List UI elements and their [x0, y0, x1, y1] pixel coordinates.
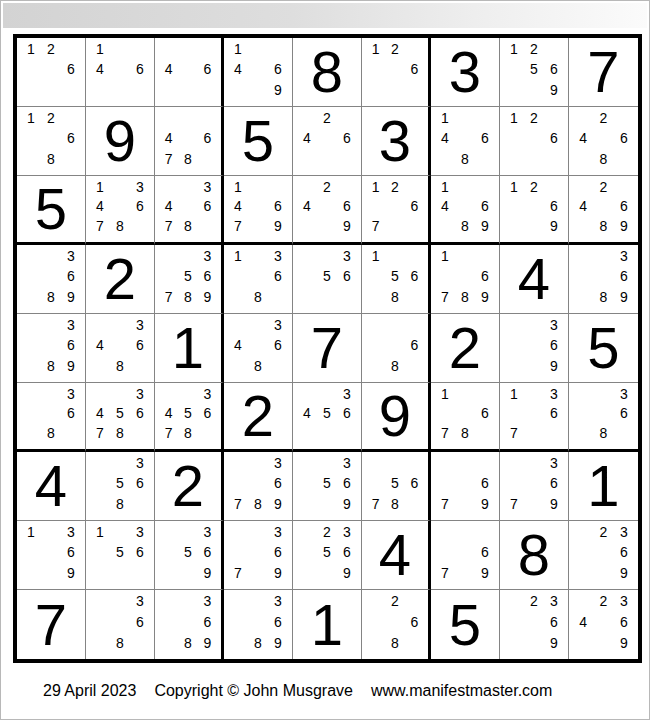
candidate-6: 6 — [475, 128, 495, 148]
candidate-6: 6 — [198, 542, 217, 562]
cell-r1c7[interactable]: 3 — [431, 38, 500, 107]
candidate-8: 8 — [178, 632, 197, 653]
candidate-8: 8 — [178, 216, 197, 236]
candidate-7: 7 — [504, 494, 524, 514]
candidate-2: 2 — [524, 591, 544, 612]
cell-r2c2[interactable]: 9 — [86, 107, 155, 176]
candidate-6: 6 — [198, 404, 217, 424]
candidate-6: 6 — [198, 128, 217, 148]
cell-r8c9[interactable]: 2369 — [569, 521, 638, 590]
candidate-9: 9 — [614, 287, 634, 307]
candidate-1: 1 — [228, 39, 248, 59]
candidate-6: 6 — [61, 59, 81, 79]
candidate-8: 8 — [41, 287, 61, 307]
cell-r8c1[interactable]: 1369 — [17, 521, 86, 590]
candidate-3: 3 — [198, 246, 217, 266]
cell-value: 5 — [224, 107, 292, 175]
candidate-6: 6 — [61, 404, 81, 424]
candidate-7: 7 — [159, 287, 178, 307]
cell-value: 8 — [293, 38, 361, 106]
candidate-3: 3 — [268, 453, 288, 473]
cell-value: 7 — [17, 590, 85, 659]
candidate-8: 8 — [178, 149, 197, 169]
cell-value: 5 — [431, 590, 499, 659]
cell-value: 7 — [569, 38, 638, 106]
candidate-9: 9 — [544, 356, 564, 376]
candidate-1: 1 — [21, 39, 41, 59]
candidate-8: 8 — [593, 216, 613, 236]
candidate-1: 1 — [504, 384, 524, 404]
cell-r3c6[interactable]: 1267 — [362, 176, 431, 245]
candidate-1: 1 — [366, 246, 385, 266]
candidates: 1369 — [21, 522, 81, 583]
cell-r4c7[interactable]: 16789 — [431, 245, 500, 314]
candidates: 1678 — [435, 384, 495, 443]
candidate-9: 9 — [614, 632, 634, 653]
candidate-6: 6 — [268, 542, 288, 562]
cell-r8c8[interactable]: 8 — [500, 521, 569, 590]
cell-value: 7 — [293, 314, 361, 382]
candidate-6: 6 — [130, 335, 150, 355]
candidate-4: 4 — [573, 128, 593, 148]
candidate-1: 1 — [90, 177, 110, 197]
cell-r4c3[interactable]: 356789 — [155, 245, 224, 314]
window-titlebar — [3, 3, 647, 28]
footer-website: www.manifestmaster.com — [371, 682, 552, 700]
cell-r4c5[interactable]: 356 — [293, 245, 362, 314]
candidates: 356 — [297, 246, 357, 307]
candidate-1: 1 — [228, 246, 248, 266]
candidate-8: 8 — [248, 494, 268, 514]
cell-r6c1[interactable]: 368 — [17, 383, 86, 452]
cell-r6c9[interactable]: 368 — [569, 383, 638, 452]
candidates: 3468 — [228, 315, 288, 376]
cell-r9c4[interactable]: 3689 — [224, 590, 293, 659]
candidates: 134678 — [90, 177, 150, 236]
cell-r2c4[interactable]: 5 — [224, 107, 293, 176]
candidates: 246 — [297, 108, 357, 169]
candidate-4: 4 — [90, 335, 110, 355]
cell-r6c4[interactable]: 2 — [224, 383, 293, 452]
cell-r9c9[interactable]: 23469 — [569, 590, 638, 659]
cell-r6c6[interactable]: 9 — [362, 383, 431, 452]
candidate-6: 6 — [614, 542, 634, 562]
cell-r7c7[interactable]: 679 — [431, 452, 500, 521]
cell-r3c9[interactable]: 24689 — [569, 176, 638, 245]
cell-r2c1[interactable]: 1268 — [17, 107, 86, 176]
candidate-9: 9 — [544, 632, 564, 653]
candidate-6: 6 — [405, 59, 424, 79]
candidate-6: 6 — [268, 266, 288, 286]
candidate-7: 7 — [366, 494, 385, 514]
cell-value: 1 — [293, 590, 361, 659]
candidates: 1356 — [90, 522, 150, 583]
candidates: 1468 — [435, 108, 495, 169]
cell-r6c5[interactable]: 3456 — [293, 383, 362, 452]
candidate-6: 6 — [130, 404, 150, 424]
candidate-1: 1 — [435, 177, 455, 197]
candidates: 2369 — [573, 522, 634, 583]
candidate-5: 5 — [385, 266, 404, 286]
candidate-6: 6 — [475, 542, 495, 562]
candidate-6: 6 — [544, 197, 564, 217]
sudoku-window: 1261464614698126312569712689467852463146… — [0, 0, 650, 720]
candidates: 679 — [435, 453, 495, 514]
candidates: 3569 — [159, 522, 217, 583]
candidate-9: 9 — [268, 216, 288, 236]
cell-value: 4 — [17, 452, 85, 520]
candidate-9: 9 — [268, 80, 288, 100]
candidate-3: 3 — [268, 591, 288, 612]
candidate-2: 2 — [41, 108, 61, 128]
candidate-3: 3 — [130, 591, 150, 612]
candidates: 34678 — [159, 177, 217, 236]
candidate-1: 1 — [90, 39, 110, 59]
candidates: 5678 — [366, 453, 424, 514]
candidate-6: 6 — [61, 266, 81, 286]
cell-r2c6[interactable]: 3 — [362, 107, 431, 176]
cell-r9c5[interactable]: 1 — [293, 590, 362, 659]
cell-r1c8[interactable]: 12569 — [500, 38, 569, 107]
cell-r5c6[interactable]: 68 — [362, 314, 431, 383]
candidates: 369 — [504, 315, 564, 376]
cell-r5c9[interactable]: 5 — [569, 314, 638, 383]
candidate-3: 3 — [268, 522, 288, 542]
candidate-6: 6 — [405, 612, 424, 633]
candidate-6: 6 — [337, 128, 357, 148]
candidate-9: 9 — [475, 216, 495, 236]
cell-r8c4[interactable]: 3679 — [224, 521, 293, 590]
candidates: 345678 — [90, 384, 150, 443]
candidate-9: 9 — [268, 494, 288, 514]
candidate-3: 3 — [544, 453, 564, 473]
candidate-9: 9 — [268, 563, 288, 583]
cell-r9c2[interactable]: 368 — [86, 590, 155, 659]
candidate-3: 3 — [337, 384, 357, 404]
candidate-3: 3 — [130, 522, 150, 542]
candidate-9: 9 — [337, 216, 357, 236]
candidate-2: 2 — [385, 39, 404, 59]
candidate-8: 8 — [385, 287, 404, 307]
candidate-6: 6 — [130, 612, 150, 633]
candidate-8: 8 — [385, 494, 404, 514]
candidate-9: 9 — [475, 563, 495, 583]
candidate-1: 1 — [435, 246, 455, 266]
cell-r7c3[interactable]: 2 — [155, 452, 224, 521]
candidate-6: 6 — [614, 197, 634, 217]
candidate-6: 6 — [198, 197, 217, 217]
cell-r1c3[interactable]: 46 — [155, 38, 224, 107]
candidate-7: 7 — [159, 216, 178, 236]
cell-r9c8[interactable]: 2369 — [500, 590, 569, 659]
candidate-8: 8 — [110, 356, 130, 376]
candidates: 12569 — [504, 39, 564, 100]
candidate-8: 8 — [41, 423, 61, 443]
candidate-6: 6 — [130, 197, 150, 217]
candidate-2: 2 — [41, 39, 61, 59]
candidate-6: 6 — [475, 266, 495, 286]
candidate-8: 8 — [455, 149, 475, 169]
candidate-8: 8 — [593, 287, 613, 307]
cell-r8c7[interactable]: 679 — [431, 521, 500, 590]
candidate-7: 7 — [90, 423, 110, 443]
cell-r5c7[interactable]: 2 — [431, 314, 500, 383]
cell-r5c3[interactable]: 1 — [155, 314, 224, 383]
candidates: 14679 — [228, 177, 288, 236]
candidate-3: 3 — [130, 384, 150, 404]
candidate-2: 2 — [593, 108, 613, 128]
candidate-7: 7 — [435, 287, 455, 307]
cell-r6c7[interactable]: 1678 — [431, 383, 500, 452]
cell-r5c8[interactable]: 369 — [500, 314, 569, 383]
candidates: 368 — [90, 591, 150, 653]
candidate-6: 6 — [405, 266, 424, 286]
cell-r4c4[interactable]: 1368 — [224, 245, 293, 314]
candidate-2: 2 — [593, 522, 613, 542]
candidate-6: 6 — [198, 266, 217, 286]
candidate-6: 6 — [337, 404, 357, 424]
candidate-8: 8 — [593, 423, 613, 443]
candidates: 1268 — [21, 108, 81, 169]
candidate-3: 3 — [198, 384, 217, 404]
cell-r4c8[interactable]: 4 — [500, 245, 569, 314]
candidates: 146 — [90, 39, 150, 100]
footer: 29 April 2023 Copyright © John Musgrave … — [43, 682, 552, 700]
cell-r1c4[interactable]: 1469 — [224, 38, 293, 107]
candidate-9: 9 — [198, 632, 217, 653]
candidate-2: 2 — [317, 522, 337, 542]
candidates: 23469 — [573, 591, 634, 653]
candidate-6: 6 — [544, 612, 564, 633]
candidate-4: 4 — [90, 197, 110, 217]
candidate-9: 9 — [61, 287, 81, 307]
candidate-1: 1 — [21, 522, 41, 542]
candidate-8: 8 — [110, 423, 130, 443]
candidate-1: 1 — [366, 177, 385, 197]
cell-value: 8 — [500, 521, 568, 589]
candidate-7: 7 — [228, 216, 248, 236]
cell-r3c3[interactable]: 34678 — [155, 176, 224, 245]
candidate-5: 5 — [178, 404, 197, 424]
candidate-9: 9 — [544, 216, 564, 236]
candidate-5: 5 — [317, 542, 337, 562]
cell-r5c4[interactable]: 3468 — [224, 314, 293, 383]
candidate-9: 9 — [337, 494, 357, 514]
cell-r1c9[interactable]: 7 — [569, 38, 638, 107]
candidate-9: 9 — [544, 80, 564, 100]
candidate-9: 9 — [61, 356, 81, 376]
candidate-8: 8 — [248, 632, 268, 653]
candidate-6: 6 — [130, 59, 150, 79]
candidate-2: 2 — [524, 177, 544, 197]
candidates: 3689 — [573, 246, 634, 307]
candidate-9: 9 — [337, 563, 357, 583]
candidate-8: 8 — [178, 287, 197, 307]
cell-r9c6[interactable]: 268 — [362, 590, 431, 659]
cell-r8c6[interactable]: 4 — [362, 521, 431, 590]
candidate-8: 8 — [41, 149, 61, 169]
candidate-6: 6 — [475, 404, 495, 424]
candidate-7: 7 — [159, 423, 178, 443]
board: 1261464614698126312569712689467852463146… — [13, 34, 642, 663]
candidate-4: 4 — [159, 128, 178, 148]
candidates: 1367 — [504, 384, 564, 443]
cell-r4c2[interactable]: 2 — [86, 245, 155, 314]
candidates: 1568 — [366, 246, 424, 307]
candidates: 1368 — [228, 246, 288, 307]
cell-r8c2[interactable]: 1356 — [86, 521, 155, 590]
candidate-6: 6 — [61, 542, 81, 562]
candidate-4: 4 — [228, 335, 248, 355]
candidate-8: 8 — [593, 149, 613, 169]
cell-r1c5[interactable]: 8 — [293, 38, 362, 107]
candidate-6: 6 — [544, 128, 564, 148]
cell-r7c5[interactable]: 3569 — [293, 452, 362, 521]
candidate-6: 6 — [405, 197, 424, 217]
candidate-3: 3 — [130, 177, 150, 197]
candidate-3: 3 — [268, 315, 288, 335]
candidate-6: 6 — [337, 473, 357, 493]
candidates: 3689 — [228, 591, 288, 653]
candidate-5: 5 — [524, 59, 544, 79]
candidates: 36789 — [228, 453, 288, 514]
candidate-3: 3 — [61, 384, 81, 404]
cell-r1c1[interactable]: 126 — [17, 38, 86, 107]
cell-r5c5[interactable]: 7 — [293, 314, 362, 383]
cell-r3c8[interactable]: 1269 — [500, 176, 569, 245]
cell-r4c9[interactable]: 3689 — [569, 245, 638, 314]
cell-r9c7[interactable]: 5 — [431, 590, 500, 659]
candidate-4: 4 — [573, 612, 593, 633]
cell-r7c8[interactable]: 3679 — [500, 452, 569, 521]
candidate-5: 5 — [178, 542, 197, 562]
candidates: 16789 — [435, 246, 495, 307]
cell-r4c1[interactable]: 3689 — [17, 245, 86, 314]
candidates: 1469 — [228, 39, 288, 100]
candidates: 24689 — [573, 177, 634, 236]
candidate-8: 8 — [110, 494, 130, 514]
candidates: 68 — [366, 315, 424, 376]
candidate-4: 4 — [228, 59, 248, 79]
candidate-2: 2 — [524, 108, 544, 128]
candidate-1: 1 — [504, 39, 524, 59]
candidate-6: 6 — [268, 197, 288, 217]
candidate-6: 6 — [544, 59, 564, 79]
candidates: 126 — [21, 39, 81, 100]
candidate-6: 6 — [198, 612, 217, 633]
candidate-1: 1 — [90, 522, 110, 542]
cell-r8c5[interactable]: 23569 — [293, 521, 362, 590]
candidate-1: 1 — [504, 177, 524, 197]
cell-r6c3[interactable]: 345678 — [155, 383, 224, 452]
candidate-9: 9 — [614, 216, 634, 236]
candidate-1: 1 — [504, 108, 524, 128]
cell-r2c9[interactable]: 2468 — [569, 107, 638, 176]
candidate-6: 6 — [130, 542, 150, 562]
candidates: 23569 — [297, 522, 357, 583]
cell-r7c6[interactable]: 5678 — [362, 452, 431, 521]
cell-r1c2[interactable]: 146 — [86, 38, 155, 107]
candidate-7: 7 — [228, 494, 248, 514]
candidate-6: 6 — [268, 473, 288, 493]
cell-r3c4[interactable]: 14679 — [224, 176, 293, 245]
candidate-4: 4 — [297, 128, 317, 148]
candidate-3: 3 — [61, 522, 81, 542]
cell-r1c6[interactable]: 126 — [362, 38, 431, 107]
candidate-3: 3 — [337, 522, 357, 542]
cell-r5c2[interactable]: 3468 — [86, 314, 155, 383]
cell-r9c1[interactable]: 7 — [17, 590, 86, 659]
cell-value: 4 — [500, 245, 568, 313]
candidate-4: 4 — [90, 404, 110, 424]
cell-r2c3[interactable]: 4678 — [155, 107, 224, 176]
candidate-1: 1 — [228, 177, 248, 197]
candidate-3: 3 — [130, 453, 150, 473]
cell-r3c5[interactable]: 2469 — [293, 176, 362, 245]
cell-r6c2[interactable]: 345678 — [86, 383, 155, 452]
candidates: 46 — [159, 39, 217, 100]
cell-r2c7[interactable]: 1468 — [431, 107, 500, 176]
candidates: 368 — [573, 384, 634, 443]
candidate-4: 4 — [435, 197, 455, 217]
cell-r7c2[interactable]: 3568 — [86, 452, 155, 521]
cell-r3c7[interactable]: 14689 — [431, 176, 500, 245]
candidate-6: 6 — [61, 335, 81, 355]
cell-value: 3 — [431, 38, 499, 106]
candidate-9: 9 — [198, 287, 217, 307]
cell-value: 9 — [86, 107, 154, 175]
candidate-4: 4 — [159, 404, 178, 424]
candidate-6: 6 — [614, 266, 634, 286]
candidate-6: 6 — [614, 404, 634, 424]
candidates: 268 — [366, 591, 424, 653]
candidates: 679 — [435, 522, 495, 583]
cell-value: 1 — [155, 314, 221, 382]
candidate-4: 4 — [297, 197, 317, 217]
cell-value: 2 — [155, 452, 221, 520]
cell-r2c8[interactable]: 126 — [500, 107, 569, 176]
cell-r3c1[interactable]: 5 — [17, 176, 86, 245]
candidate-6: 6 — [268, 335, 288, 355]
cell-r7c4[interactable]: 36789 — [224, 452, 293, 521]
cell-r8c3[interactable]: 3569 — [155, 521, 224, 590]
candidate-2: 2 — [317, 177, 337, 197]
cell-r4c6[interactable]: 1568 — [362, 245, 431, 314]
cell-r6c8[interactable]: 1367 — [500, 383, 569, 452]
candidate-2: 2 — [524, 39, 544, 59]
cell-r2c5[interactable]: 246 — [293, 107, 362, 176]
cell-r9c3[interactable]: 3689 — [155, 590, 224, 659]
candidates: 1269 — [504, 177, 564, 236]
candidate-8: 8 — [41, 356, 61, 376]
candidate-9: 9 — [61, 563, 81, 583]
candidate-7: 7 — [228, 563, 248, 583]
cell-r5c1[interactable]: 3689 — [17, 314, 86, 383]
candidate-2: 2 — [385, 591, 404, 612]
cell-r7c1[interactable]: 4 — [17, 452, 86, 521]
candidate-9: 9 — [614, 563, 634, 583]
cell-value: 9 — [362, 383, 428, 449]
cell-r3c2[interactable]: 134678 — [86, 176, 155, 245]
cell-r7c9[interactable]: 1 — [569, 452, 638, 521]
candidate-9: 9 — [544, 494, 564, 514]
candidate-6: 6 — [337, 542, 357, 562]
candidate-5: 5 — [110, 473, 130, 493]
candidate-8: 8 — [110, 216, 130, 236]
cell-value: 5 — [17, 176, 85, 242]
candidate-3: 3 — [198, 591, 217, 612]
candidate-7: 7 — [159, 149, 178, 169]
